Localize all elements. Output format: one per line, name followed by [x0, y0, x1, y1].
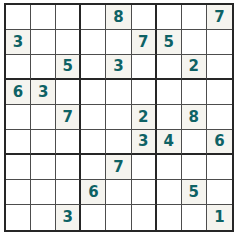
cell-r2c2[interactable]	[31, 30, 56, 55]
cell-r4c6[interactable]	[132, 80, 157, 105]
cell-r3c1[interactable]	[6, 55, 31, 80]
cell-r5c2[interactable]	[31, 105, 56, 130]
cell-r4c1[interactable]: 6	[6, 80, 31, 105]
cell-r1c3[interactable]	[56, 5, 81, 30]
cell-r4c4[interactable]	[81, 80, 106, 105]
cell-r2c7[interactable]: 5	[157, 30, 182, 55]
cell-r1c1[interactable]	[6, 5, 31, 30]
cell-r3c8[interactable]: 2	[182, 55, 207, 80]
cell-r2c5[interactable]	[106, 30, 131, 55]
cell-r8c2[interactable]	[31, 180, 56, 205]
cell-r3c7[interactable]	[157, 55, 182, 80]
cell-r4c8[interactable]	[182, 80, 207, 105]
cell-r8c7[interactable]	[157, 180, 182, 205]
cell-r7c2[interactable]	[31, 155, 56, 180]
cell-r1c6[interactable]	[132, 5, 157, 30]
cell-r1c5[interactable]: 8	[106, 5, 131, 30]
cell-r5c9[interactable]	[207, 105, 232, 130]
cell-r4c5[interactable]	[106, 80, 131, 105]
cell-r9c4[interactable]	[81, 205, 106, 230]
cell-r7c9[interactable]	[207, 155, 232, 180]
cell-r1c8[interactable]	[182, 5, 207, 30]
cell-r1c2[interactable]	[31, 5, 56, 30]
cell-r9c2[interactable]	[31, 205, 56, 230]
cell-r9c9[interactable]: 1	[207, 205, 232, 230]
cell-r2c6[interactable]: 7	[132, 30, 157, 55]
cell-r6c2[interactable]	[31, 130, 56, 155]
cell-r6c4[interactable]	[81, 130, 106, 155]
cell-r5c8[interactable]: 8	[182, 105, 207, 130]
cell-r8c9[interactable]	[207, 180, 232, 205]
cell-r7c1[interactable]	[6, 155, 31, 180]
cell-r9c3[interactable]: 3	[56, 205, 81, 230]
cell-r3c4[interactable]	[81, 55, 106, 80]
cell-r1c7[interactable]	[157, 5, 182, 30]
cell-r8c1[interactable]	[6, 180, 31, 205]
cell-r3c6[interactable]	[132, 55, 157, 80]
cell-r4c2[interactable]: 3	[31, 80, 56, 105]
cell-r9c5[interactable]	[106, 205, 131, 230]
cell-r5c7[interactable]	[157, 105, 182, 130]
cell-r7c8[interactable]	[182, 155, 207, 180]
cell-r2c8[interactable]	[182, 30, 207, 55]
cell-r9c1[interactable]	[6, 205, 31, 230]
cell-r7c6[interactable]	[132, 155, 157, 180]
cell-r5c3[interactable]: 7	[56, 105, 81, 130]
cell-r6c5[interactable]	[106, 130, 131, 155]
cell-r3c9[interactable]	[207, 55, 232, 80]
cell-r6c9[interactable]: 6	[207, 130, 232, 155]
cell-r2c3[interactable]	[56, 30, 81, 55]
cell-r2c9[interactable]	[207, 30, 232, 55]
cell-r1c9[interactable]: 7	[207, 5, 232, 30]
cell-r8c3[interactable]	[56, 180, 81, 205]
cell-r2c4[interactable]	[81, 30, 106, 55]
cell-r7c5[interactable]: 7	[106, 155, 131, 180]
cell-r1c4[interactable]	[81, 5, 106, 30]
cell-r7c3[interactable]	[56, 155, 81, 180]
sudoku-page: 873755326372834676531	[0, 0, 240, 232]
cell-r9c8[interactable]	[182, 205, 207, 230]
cell-r4c3[interactable]	[56, 80, 81, 105]
cell-r4c7[interactable]	[157, 80, 182, 105]
cell-r8c8[interactable]: 5	[182, 180, 207, 205]
cell-r6c7[interactable]: 4	[157, 130, 182, 155]
cell-r6c3[interactable]	[56, 130, 81, 155]
cell-r2c1[interactable]: 3	[6, 30, 31, 55]
cell-r6c1[interactable]	[6, 130, 31, 155]
cell-r4c9[interactable]	[207, 80, 232, 105]
cell-r5c4[interactable]	[81, 105, 106, 130]
cell-r8c4[interactable]: 6	[81, 180, 106, 205]
cell-r8c6[interactable]	[132, 180, 157, 205]
sudoku-board: 873755326372834676531	[4, 3, 234, 232]
cell-r9c6[interactable]	[132, 205, 157, 230]
cell-r3c2[interactable]	[31, 55, 56, 80]
cell-r9c7[interactable]	[157, 205, 182, 230]
cell-r5c6[interactable]: 2	[132, 105, 157, 130]
cell-r5c1[interactable]	[6, 105, 31, 130]
cell-r3c3[interactable]: 5	[56, 55, 81, 80]
cell-r5c5[interactable]	[106, 105, 131, 130]
cell-r7c4[interactable]	[81, 155, 106, 180]
cell-r6c8[interactable]	[182, 130, 207, 155]
cell-r3c5[interactable]: 3	[106, 55, 131, 80]
cell-r7c7[interactable]	[157, 155, 182, 180]
cell-r8c5[interactable]	[106, 180, 131, 205]
cell-r6c6[interactable]: 3	[132, 130, 157, 155]
